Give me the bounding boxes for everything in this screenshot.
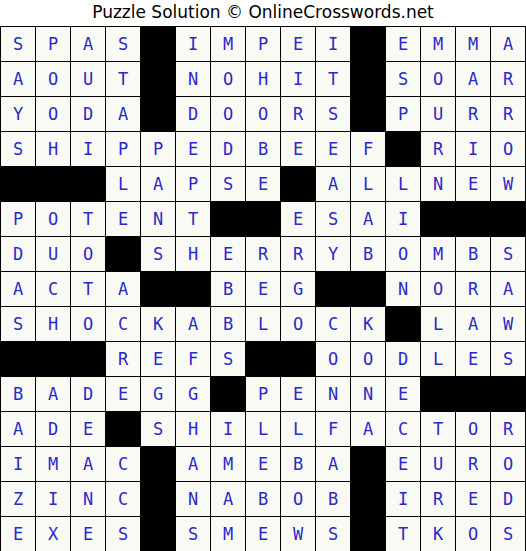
- cell-r3c8: O: [246, 97, 281, 132]
- cell-r8c12: N: [386, 272, 421, 307]
- cell-r3c12: P: [386, 97, 421, 132]
- cell-r9c3: O: [71, 307, 106, 342]
- cell-r9c15: W: [491, 307, 526, 342]
- black-cell-r2c11: [351, 62, 386, 97]
- cell-r1c1: S: [1, 27, 36, 62]
- cell-r5c5: A: [141, 167, 176, 202]
- cell-r2c4: T: [106, 62, 141, 97]
- cell-r4c2: H: [36, 132, 71, 167]
- cell-r9c10: C: [316, 307, 351, 342]
- cell-r4c6: E: [176, 132, 211, 167]
- cell-r6c6: T: [176, 202, 211, 237]
- cell-r14c15: D: [491, 482, 526, 517]
- cell-r9c4: C: [106, 307, 141, 342]
- black-cell-r6c8: [246, 202, 281, 237]
- cell-r13c10: A: [316, 447, 351, 482]
- cell-r3c3: D: [71, 97, 106, 132]
- cell-r12c14: O: [456, 412, 491, 447]
- cell-r4c10: E: [316, 132, 351, 167]
- cell-r9c1: S: [1, 307, 36, 342]
- cell-r11c3: D: [71, 377, 106, 412]
- black-cell-r14c11: [351, 482, 386, 517]
- cell-r13c1: I: [1, 447, 36, 482]
- cell-r1c8: P: [246, 27, 281, 62]
- black-cell-r11c13: [421, 377, 456, 412]
- cell-r13c4: C: [106, 447, 141, 482]
- cell-r12c12: C: [386, 412, 421, 447]
- cell-r12c5: S: [141, 412, 176, 447]
- cell-r15c12: T: [386, 517, 421, 551]
- cell-r7c10: Y: [316, 237, 351, 272]
- cell-r9c13: L: [421, 307, 456, 342]
- cell-r1c12: E: [386, 27, 421, 62]
- cell-r3c9: R: [281, 97, 316, 132]
- cell-r11c6: G: [176, 377, 211, 412]
- cell-r5c10: A: [316, 167, 351, 202]
- cell-r7c15: S: [491, 237, 526, 272]
- cell-r11c5: G: [141, 377, 176, 412]
- cell-r10c14: E: [456, 342, 491, 377]
- cell-r14c1: Z: [1, 482, 36, 517]
- cell-r15c1: E: [1, 517, 36, 551]
- cell-r10c10: O: [316, 342, 351, 377]
- cell-r12c9: L: [281, 412, 316, 447]
- cell-r7c13: M: [421, 237, 456, 272]
- cell-r9c5: K: [141, 307, 176, 342]
- cell-r15c13: K: [421, 517, 456, 551]
- cell-r7c5: S: [141, 237, 176, 272]
- cell-r9c14: A: [456, 307, 491, 342]
- cell-r15c10: S: [316, 517, 351, 551]
- black-cell-r3c11: [351, 97, 386, 132]
- cell-r5c6: P: [176, 167, 211, 202]
- cell-r6c12: I: [386, 202, 421, 237]
- cell-r1c13: M: [421, 27, 456, 62]
- black-cell-r15c5: [141, 517, 176, 551]
- cell-r13c2: M: [36, 447, 71, 482]
- cell-r12c2: D: [36, 412, 71, 447]
- cell-r12c6: H: [176, 412, 211, 447]
- cell-r10c7: S: [211, 342, 246, 377]
- cell-r3c6: D: [176, 97, 211, 132]
- cell-r4c8: B: [246, 132, 281, 167]
- cell-r11c2: A: [36, 377, 71, 412]
- cell-r10c5: E: [141, 342, 176, 377]
- cell-r14c6: N: [176, 482, 211, 517]
- cell-r7c6: H: [176, 237, 211, 272]
- cell-r6c3: T: [71, 202, 106, 237]
- cell-r5c4: L: [106, 167, 141, 202]
- cell-r7c1: D: [1, 237, 36, 272]
- cell-r15c15: S: [491, 517, 526, 551]
- cell-r3c7: O: [211, 97, 246, 132]
- cell-r11c4: E: [106, 377, 141, 412]
- cell-r8c1: A: [1, 272, 36, 307]
- cell-r5c14: E: [456, 167, 491, 202]
- cell-r9c7: B: [211, 307, 246, 342]
- black-cell-r8c11: [351, 272, 386, 307]
- cell-r4c7: D: [211, 132, 246, 167]
- black-cell-r5c2: [36, 167, 71, 202]
- black-cell-r6c14: [456, 202, 491, 237]
- cell-r7c8: R: [246, 237, 281, 272]
- cell-r12c1: A: [1, 412, 36, 447]
- cell-r11c8: P: [246, 377, 281, 412]
- cell-r4c15: O: [491, 132, 526, 167]
- black-cell-r8c10: [316, 272, 351, 307]
- cell-r8c3: T: [71, 272, 106, 307]
- black-cell-r1c5: [141, 27, 176, 62]
- cell-r1c9: E: [281, 27, 316, 62]
- cell-r9c9: O: [281, 307, 316, 342]
- black-cell-r8c6: [176, 272, 211, 307]
- cell-r2c2: O: [36, 62, 71, 97]
- crossword-grid: SPASIMPEIEMMAAOUTNOHITSOARYODADOORSPURRS…: [0, 26, 526, 551]
- cell-r9c6: A: [176, 307, 211, 342]
- black-cell-r5c1: [1, 167, 36, 202]
- cell-r11c1: B: [1, 377, 36, 412]
- cell-r2c13: O: [421, 62, 456, 97]
- black-cell-r2c5: [141, 62, 176, 97]
- cell-r12c8: L: [246, 412, 281, 447]
- cell-r8c8: E: [246, 272, 281, 307]
- cell-r1c10: I: [316, 27, 351, 62]
- cell-r1c15: A: [491, 27, 526, 62]
- cell-r5c7: S: [211, 167, 246, 202]
- cell-r7c14: B: [456, 237, 491, 272]
- cell-r4c9: E: [281, 132, 316, 167]
- cell-r8c4: A: [106, 272, 141, 307]
- black-cell-r1c11: [351, 27, 386, 62]
- cell-r7c11: B: [351, 237, 386, 272]
- black-cell-r10c8: [246, 342, 281, 377]
- cell-r1c4: S: [106, 27, 141, 62]
- cell-r7c2: U: [36, 237, 71, 272]
- cell-r15c3: E: [71, 517, 106, 551]
- cell-r5c12: L: [386, 167, 421, 202]
- cell-r4c11: F: [351, 132, 386, 167]
- cell-r10c4: R: [106, 342, 141, 377]
- cell-r7c3: O: [71, 237, 106, 272]
- cell-r1c7: M: [211, 27, 246, 62]
- cell-r4c5: P: [141, 132, 176, 167]
- cell-r6c2: O: [36, 202, 71, 237]
- cell-r2c12: S: [386, 62, 421, 97]
- black-cell-r5c3: [71, 167, 106, 202]
- cell-r13c13: U: [421, 447, 456, 482]
- cell-r2c3: U: [71, 62, 106, 97]
- cell-r4c14: I: [456, 132, 491, 167]
- cell-r3c14: R: [456, 97, 491, 132]
- cell-r4c1: S: [1, 132, 36, 167]
- cell-r4c4: P: [106, 132, 141, 167]
- black-cell-r7c4: [106, 237, 141, 272]
- black-cell-r4c12: [386, 132, 421, 167]
- cell-r6c11: A: [351, 202, 386, 237]
- black-cell-r10c1: [1, 342, 36, 377]
- black-cell-r14c5: [141, 482, 176, 517]
- black-cell-r11c7: [211, 377, 246, 412]
- black-cell-r13c11: [351, 447, 386, 482]
- cell-r2c9: I: [281, 62, 316, 97]
- cell-r4c3: I: [71, 132, 106, 167]
- cell-r11c9: E: [281, 377, 316, 412]
- cell-r13c6: A: [176, 447, 211, 482]
- cell-r12c11: A: [351, 412, 386, 447]
- black-cell-r11c14: [456, 377, 491, 412]
- cell-r8c2: C: [36, 272, 71, 307]
- black-cell-r10c9: [281, 342, 316, 377]
- cell-r3c15: R: [491, 97, 526, 132]
- cell-r12c15: R: [491, 412, 526, 447]
- cell-r14c9: O: [281, 482, 316, 517]
- cell-r13c14: R: [456, 447, 491, 482]
- cell-r14c12: I: [386, 482, 421, 517]
- cell-r2c1: A: [1, 62, 36, 97]
- cell-r13c15: O: [491, 447, 526, 482]
- cell-r1c2: P: [36, 27, 71, 62]
- cell-r8c15: A: [491, 272, 526, 307]
- cell-r2c6: N: [176, 62, 211, 97]
- cell-r6c4: E: [106, 202, 141, 237]
- cell-r1c3: A: [71, 27, 106, 62]
- cell-r14c3: N: [71, 482, 106, 517]
- cell-r9c11: K: [351, 307, 386, 342]
- cell-r5c15: W: [491, 167, 526, 202]
- black-cell-r9c12: [386, 307, 421, 342]
- cell-r3c1: Y: [1, 97, 36, 132]
- cell-r8c7: B: [211, 272, 246, 307]
- cell-r7c12: O: [386, 237, 421, 272]
- cell-r15c6: S: [176, 517, 211, 551]
- black-cell-r8c5: [141, 272, 176, 307]
- cell-r14c8: B: [246, 482, 281, 517]
- cell-r3c10: S: [316, 97, 351, 132]
- cell-r14c7: A: [211, 482, 246, 517]
- cell-r8c14: R: [456, 272, 491, 307]
- cell-r3c2: O: [36, 97, 71, 132]
- cell-r15c14: O: [456, 517, 491, 551]
- cell-r10c13: L: [421, 342, 456, 377]
- cell-r14c14: E: [456, 482, 491, 517]
- cell-r5c8: E: [246, 167, 281, 202]
- cell-r12c7: I: [211, 412, 246, 447]
- cell-r1c14: M: [456, 27, 491, 62]
- cell-r7c7: E: [211, 237, 246, 272]
- cell-r9c8: L: [246, 307, 281, 342]
- cell-r15c7: M: [211, 517, 246, 551]
- black-cell-r13c5: [141, 447, 176, 482]
- cell-r14c13: R: [421, 482, 456, 517]
- cell-r13c8: E: [246, 447, 281, 482]
- page-title: Puzzle Solution © OnlineCrosswords.net: [0, 0, 526, 26]
- cell-r3c13: U: [421, 97, 456, 132]
- cell-r14c10: B: [316, 482, 351, 517]
- black-cell-r10c2: [36, 342, 71, 377]
- cell-r8c9: G: [281, 272, 316, 307]
- cell-r6c1: P: [1, 202, 36, 237]
- cell-r9c2: H: [36, 307, 71, 342]
- black-cell-r6c7: [211, 202, 246, 237]
- cell-r11c12: E: [386, 377, 421, 412]
- black-cell-r6c13: [421, 202, 456, 237]
- black-cell-r6c15: [491, 202, 526, 237]
- cell-r13c9: B: [281, 447, 316, 482]
- cell-r11c11: N: [351, 377, 386, 412]
- cell-r14c2: I: [36, 482, 71, 517]
- cell-r3c4: A: [106, 97, 141, 132]
- cell-r2c15: R: [491, 62, 526, 97]
- black-cell-r10c3: [71, 342, 106, 377]
- cell-r13c3: A: [71, 447, 106, 482]
- cell-r14c4: C: [106, 482, 141, 517]
- cell-r13c7: M: [211, 447, 246, 482]
- cell-r2c10: T: [316, 62, 351, 97]
- cell-r12c13: T: [421, 412, 456, 447]
- cell-r12c3: E: [71, 412, 106, 447]
- cell-r7c9: R: [281, 237, 316, 272]
- cell-r2c7: O: [211, 62, 246, 97]
- black-cell-r5c9: [281, 167, 316, 202]
- cell-r5c11: L: [351, 167, 386, 202]
- cell-r10c11: O: [351, 342, 386, 377]
- cell-r5c13: N: [421, 167, 456, 202]
- cell-r15c9: W: [281, 517, 316, 551]
- black-cell-r11c15: [491, 377, 526, 412]
- cell-r4c13: R: [421, 132, 456, 167]
- cell-r15c8: E: [246, 517, 281, 551]
- cell-r6c9: E: [281, 202, 316, 237]
- cell-r10c6: F: [176, 342, 211, 377]
- black-cell-r15c11: [351, 517, 386, 551]
- cell-r10c12: D: [386, 342, 421, 377]
- cell-r8c13: O: [421, 272, 456, 307]
- cell-r13c12: E: [386, 447, 421, 482]
- cell-r15c4: S: [106, 517, 141, 551]
- cell-r1c6: I: [176, 27, 211, 62]
- cell-r2c8: H: [246, 62, 281, 97]
- cell-r6c10: S: [316, 202, 351, 237]
- puzzle-solution-page: Puzzle Solution © OnlineCrosswords.net S…: [0, 0, 526, 551]
- cell-r15c2: X: [36, 517, 71, 551]
- black-cell-r3c5: [141, 97, 176, 132]
- cell-r12c10: F: [316, 412, 351, 447]
- cell-r6c5: N: [141, 202, 176, 237]
- cell-r11c10: N: [316, 377, 351, 412]
- cell-r2c14: A: [456, 62, 491, 97]
- cell-r10c15: S: [491, 342, 526, 377]
- black-cell-r12c4: [106, 412, 141, 447]
